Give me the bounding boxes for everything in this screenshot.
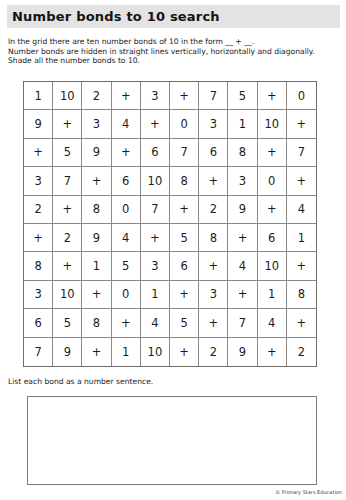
grid-cell[interactable]: 5 <box>53 309 82 337</box>
grid-cell[interactable]: 6 <box>24 309 53 337</box>
grid-cell[interactable]: 4 <box>228 252 257 280</box>
grid-cell[interactable]: 0 <box>258 167 287 195</box>
page-title: Number bonds to 10 search <box>12 9 220 24</box>
grid-cell[interactable]: 6 <box>170 252 199 280</box>
grid-cell[interactable]: + <box>287 110 316 138</box>
grid-cell[interactable]: 1 <box>24 82 53 110</box>
grid-cell[interactable]: 1 <box>287 224 316 252</box>
grid-cell[interactable]: 7 <box>170 139 199 167</box>
grid-cell[interactable]: 3 <box>199 281 228 309</box>
grid-cell[interactable]: 2 <box>53 224 82 252</box>
grid-cell[interactable]: + <box>82 281 111 309</box>
grid-cell[interactable]: + <box>24 139 53 167</box>
grid-cell[interactable]: 10 <box>53 82 82 110</box>
grid-cell[interactable]: 1 <box>141 281 170 309</box>
grid-cell[interactable]: 0 <box>287 82 316 110</box>
grid-cell[interactable]: 2 <box>199 338 228 366</box>
grid-cell[interactable]: + <box>82 167 111 195</box>
grid-cell[interactable]: 0 <box>112 281 141 309</box>
grid-cell[interactable]: + <box>24 224 53 252</box>
grid-cell[interactable]: 2 <box>199 196 228 224</box>
grid-cell[interactable]: 3 <box>141 82 170 110</box>
grid-cell[interactable]: 3 <box>24 167 53 195</box>
grid-cell[interactable]: 7 <box>53 167 82 195</box>
grid-cell[interactable]: 7 <box>287 139 316 167</box>
grid-cell[interactable]: + <box>141 110 170 138</box>
grid-cell[interactable]: + <box>258 82 287 110</box>
grid-cell[interactable]: + <box>258 196 287 224</box>
grid-cell[interactable]: 8 <box>199 224 228 252</box>
grid-cell[interactable]: 10 <box>141 167 170 195</box>
instruction-line-1: In the grid there are ten number bonds o… <box>8 37 340 47</box>
grid-cell[interactable]: 0 <box>112 196 141 224</box>
grid-cell[interactable]: 8 <box>24 252 53 280</box>
answer-box[interactable] <box>27 396 317 485</box>
title-bar: Number bonds to 10 search <box>7 5 340 28</box>
grid-cell[interactable]: 8 <box>82 196 111 224</box>
grid-cell[interactable]: 2 <box>82 82 111 110</box>
instructions: In the grid there are ten number bonds o… <box>8 37 340 66</box>
grid-cell[interactable]: 3 <box>228 167 257 195</box>
grid-cell[interactable]: + <box>53 110 82 138</box>
grid-cell[interactable]: 2 <box>287 338 316 366</box>
grid-cell[interactable]: 10 <box>258 252 287 280</box>
grid-cell[interactable]: + <box>228 281 257 309</box>
grid-cell[interactable]: 1 <box>82 252 111 280</box>
grid-cell[interactable]: 7 <box>141 196 170 224</box>
grid-cell[interactable]: 4 <box>112 110 141 138</box>
grid-cell[interactable]: 10 <box>258 110 287 138</box>
grid-cell[interactable]: 9 <box>82 139 111 167</box>
list-bonds-label: List each bond as a number sentence. <box>8 377 153 386</box>
grid-cell[interactable]: + <box>287 309 316 337</box>
grid-cell[interactable]: 3 <box>141 252 170 280</box>
grid-cell[interactable]: 7 <box>199 82 228 110</box>
grid-cell[interactable]: 1 <box>258 281 287 309</box>
grid-cell[interactable]: + <box>287 167 316 195</box>
grid-cell[interactable]: 6 <box>258 224 287 252</box>
grid-cell[interactable]: 7 <box>228 309 257 337</box>
grid-cell[interactable]: 7 <box>24 338 53 366</box>
grid-cell[interactable]: 8 <box>228 139 257 167</box>
grid-cell[interactable]: 6 <box>112 167 141 195</box>
grid-cell[interactable]: + <box>112 139 141 167</box>
instruction-line-2: Number bonds are hidden in straight line… <box>8 47 340 57</box>
grid-cell[interactable]: + <box>199 167 228 195</box>
grid-cell[interactable]: 5 <box>228 82 257 110</box>
grid-cell[interactable]: + <box>141 224 170 252</box>
grid-cell[interactable]: 8 <box>287 281 316 309</box>
grid-cell[interactable]: + <box>199 252 228 280</box>
grid-cell[interactable]: + <box>170 281 199 309</box>
grid-cell[interactable]: + <box>258 338 287 366</box>
grid-cell[interactable]: + <box>53 252 82 280</box>
instruction-line-3: Shade all the number bonds to 10. <box>8 56 340 66</box>
grid-cell[interactable]: 3 <box>199 110 228 138</box>
grid-cell[interactable]: + <box>287 252 316 280</box>
grid-cell[interactable]: 8 <box>82 309 111 337</box>
number-search-grid: 1102+3+75+09+34+03110++59+6768+737+6108+… <box>23 81 317 367</box>
grid-cell[interactable]: 6 <box>141 139 170 167</box>
grid-cell[interactable]: 1 <box>112 338 141 366</box>
grid-cell[interactable]: 6 <box>199 139 228 167</box>
grid-cell[interactable]: + <box>170 82 199 110</box>
grid-cell[interactable]: 1 <box>228 110 257 138</box>
grid-cell[interactable]: 9 <box>228 196 257 224</box>
grid-cell[interactable]: 8 <box>170 167 199 195</box>
grid-cell[interactable]: + <box>228 224 257 252</box>
copyright-text: © Primary Stars Education <box>275 489 342 495</box>
grid-cell[interactable]: 3 <box>24 281 53 309</box>
grid-cell[interactable]: 9 <box>24 110 53 138</box>
grid-cell[interactable]: 2 <box>24 196 53 224</box>
grid-cell[interactable]: 9 <box>53 338 82 366</box>
grid-cell[interactable]: + <box>112 309 141 337</box>
grid-cell[interactable]: 4 <box>141 309 170 337</box>
grid-cell[interactable]: 3 <box>82 110 111 138</box>
grid-cell[interactable]: + <box>199 309 228 337</box>
grid-cell[interactable]: 9 <box>82 224 111 252</box>
grid-cell[interactable]: 5 <box>170 309 199 337</box>
grid-cell[interactable]: 4 <box>287 196 316 224</box>
grid-cell[interactable]: + <box>82 338 111 366</box>
grid-cell[interactable]: 5 <box>170 224 199 252</box>
grid-cell[interactable]: 0 <box>170 110 199 138</box>
grid-cell[interactable]: 4 <box>258 309 287 337</box>
worksheet-page: Number bonds to 10 search In the grid th… <box>0 0 346 500</box>
grid-cell[interactable]: + <box>53 196 82 224</box>
grid-cell[interactable]: + <box>170 196 199 224</box>
grid-cell[interactable]: 5 <box>112 252 141 280</box>
grid-cell[interactable]: + <box>170 338 199 366</box>
grid-cell[interactable]: 4 <box>112 224 141 252</box>
grid-cell[interactable]: 10 <box>53 281 82 309</box>
grid-cell[interactable]: 9 <box>228 338 257 366</box>
grid-cell[interactable]: 10 <box>141 338 170 366</box>
grid-cell[interactable]: + <box>258 139 287 167</box>
grid-cell[interactable]: 5 <box>53 139 82 167</box>
grid-cell[interactable]: + <box>112 82 141 110</box>
